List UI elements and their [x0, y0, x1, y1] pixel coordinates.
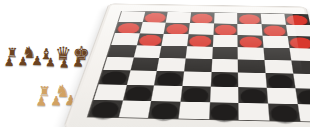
checker-red[interactable]: ● [164, 23, 190, 35]
chess-piece[interactable]: ♟ [36, 95, 48, 108]
chess-piece[interactable]: ♟ [59, 58, 70, 70]
board-cell[interactable] [130, 57, 159, 70]
board-cell[interactable]: ● [268, 104, 300, 122]
board-cell[interactable]: ● [239, 87, 269, 103]
board-cell[interactable] [184, 58, 212, 72]
checker-black[interactable]: ● [154, 71, 184, 86]
board-cell[interactable] [212, 47, 238, 60]
board-cell[interactable]: ● [284, 14, 310, 25]
board-cell[interactable]: ● [142, 12, 168, 23]
board-grid: ●●●●●●●●●●●●●●●●●●●●●●●● [87, 11, 310, 123]
checker-black[interactable]: ● [211, 72, 239, 87]
board-cell[interactable]: ● [266, 73, 296, 88]
board-cell[interactable]: ● [123, 85, 155, 101]
checker-red[interactable]: ● [187, 34, 213, 46]
board-cell[interactable] [186, 46, 213, 59]
board-cell[interactable] [179, 102, 210, 120]
board-cell[interactable] [213, 35, 238, 47]
board-cell[interactable]: ● [148, 101, 180, 118]
play-area: ●●●●●●●●●●●●●●●●●●●●●●●● [87, 11, 310, 123]
board-cell[interactable]: ● [136, 33, 164, 45]
board-cell[interactable] [162, 34, 189, 46]
board-cell[interactable]: ● [187, 34, 213, 46]
board-cell[interactable]: ● [238, 13, 262, 24]
board-cell[interactable]: ● [262, 24, 288, 36]
checker-black[interactable]: ● [88, 100, 122, 117]
board-cell[interactable]: ● [181, 86, 211, 102]
board-cell[interactable]: ● [164, 23, 190, 35]
board-cell[interactable] [238, 47, 265, 60]
board-cell[interactable]: ● [238, 35, 264, 48]
board-cell[interactable] [263, 36, 290, 49]
checker-red[interactable]: ● [238, 35, 264, 48]
checker-red[interactable]: ● [142, 12, 168, 23]
board-cell[interactable]: ● [209, 102, 239, 120]
board-cell[interactable]: ● [115, 22, 142, 34]
checker-black[interactable]: ● [266, 73, 296, 88]
board-cell[interactable]: ● [211, 72, 239, 87]
board-cell[interactable] [239, 103, 270, 121]
board-scene: ●●●●●●●●●●●●●●●●●●●●●●●● [100, 0, 310, 127]
chess-piece[interactable]: ♟ [72, 56, 84, 69]
checker-black[interactable]: ● [209, 102, 239, 120]
product-photo: ♜♞♝♛♚♝♞♜♟♟♟♟♟♟♟♟ ♜♞♝♛♚♝♞♜♟♟♟♟♟♟♟♟ ●●●●●●… [0, 0, 310, 127]
checker-red[interactable]: ● [238, 13, 262, 24]
board-cell[interactable] [298, 104, 310, 122]
checker-black[interactable]: ● [268, 104, 300, 122]
checker-black[interactable]: ● [99, 70, 131, 85]
board-cell[interactable] [291, 60, 310, 74]
checker-black[interactable]: ● [239, 87, 269, 103]
checker-red[interactable]: ● [284, 14, 310, 25]
chess-piece[interactable]: ♟ [31, 54, 43, 67]
board-cell[interactable]: ● [213, 23, 238, 35]
board-cell[interactable]: ● [287, 36, 310, 49]
board-cell[interactable] [118, 100, 151, 117]
board-cell[interactable]: ● [99, 70, 131, 85]
board-cell[interactable] [289, 48, 310, 61]
board-cell[interactable] [107, 45, 136, 58]
checker-red[interactable]: ● [213, 23, 238, 35]
checker-black[interactable]: ● [123, 85, 155, 101]
board-cell[interactable] [160, 46, 188, 59]
board-cell[interactable]: ● [154, 71, 184, 86]
checker-red[interactable]: ● [115, 22, 142, 34]
checkers-board: ●●●●●●●●●●●●●●●●●●●●●●●● [62, 3, 310, 127]
board-cell[interactable] [133, 45, 161, 58]
checker-black[interactable]: ● [181, 86, 211, 102]
chess-piece[interactable]: ♟ [4, 56, 15, 68]
checker-red[interactable]: ● [136, 33, 164, 45]
board-cell[interactable]: ● [88, 100, 122, 117]
checker-red[interactable]: ● [287, 36, 310, 49]
checker-red[interactable]: ● [262, 24, 288, 36]
board-cell[interactable] [238, 59, 265, 73]
checker-red[interactable]: ● [190, 12, 214, 23]
checker-black[interactable]: ● [148, 101, 180, 118]
board-cell[interactable]: ● [190, 12, 214, 23]
board-cell[interactable] [111, 33, 139, 45]
board-cell[interactable] [264, 48, 291, 61]
